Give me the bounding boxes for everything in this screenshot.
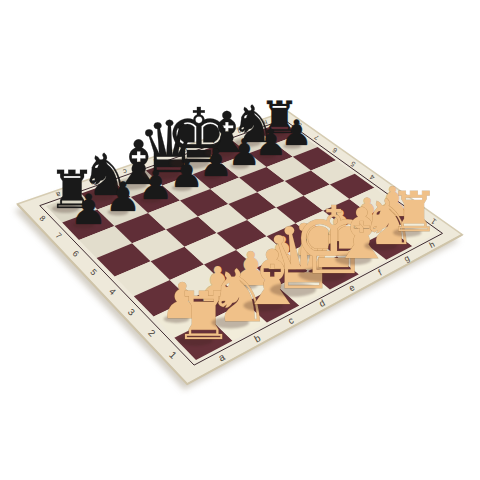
- piece-black-pawn-a7[interactable]: ♟: [70, 185, 107, 234]
- chessboard: aabbccddeeffgghh1122334455667788♜♞♝♛♚♝♞♜…: [0, 0, 480, 480]
- piece-white-rook-h1[interactable]: ♜: [389, 180, 438, 244]
- piece-black-pawn-c7[interactable]: ♟: [138, 162, 174, 208]
- chess-set-product-photo: aabbccddeeffgghh1122334455667788♜♞♝♛♚♝♞♜…: [0, 0, 480, 480]
- piece-black-pawn-h7[interactable]: ♟: [281, 112, 313, 153]
- piece-black-pawn-b7[interactable]: ♟: [105, 173, 141, 221]
